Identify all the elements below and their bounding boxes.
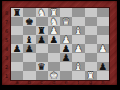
piece-bP: ♟ bbox=[37, 35, 46, 44]
piece-bK: ♚ bbox=[25, 17, 34, 26]
rank-label: 6 bbox=[3, 26, 10, 35]
square-f8[interactable] bbox=[72, 8, 84, 17]
square-c8[interactable]: ♞ bbox=[36, 8, 48, 17]
square-d8[interactable]: ♜ bbox=[48, 8, 60, 17]
square-f1[interactable] bbox=[72, 71, 84, 80]
rank-labels: 87654321 bbox=[3, 8, 10, 80]
square-b8[interactable] bbox=[23, 8, 35, 17]
square-a4[interactable]: ♟ bbox=[11, 44, 23, 53]
square-e3[interactable]: ♟ bbox=[60, 53, 72, 62]
square-f5[interactable] bbox=[72, 35, 84, 44]
piece-wN: ♞ bbox=[37, 8, 46, 17]
square-e1[interactable] bbox=[60, 71, 72, 80]
square-b4[interactable]: ♟ bbox=[23, 44, 35, 53]
square-f7[interactable] bbox=[72, 17, 84, 26]
square-a8[interactable]: ♜ bbox=[11, 8, 23, 17]
square-f2[interactable]: ♝ bbox=[72, 62, 84, 71]
rank-label: 4 bbox=[3, 44, 10, 53]
square-a6[interactable] bbox=[11, 26, 23, 35]
square-d2[interactable] bbox=[48, 62, 60, 71]
piece-wB: ♝ bbox=[74, 26, 83, 35]
square-f6[interactable]: ♝ bbox=[72, 26, 84, 35]
square-e7[interactable]: ♛ bbox=[60, 17, 72, 26]
piece-wP: ♟ bbox=[62, 35, 71, 44]
piece-bP: ♟ bbox=[62, 44, 71, 53]
piece-bB: ♝ bbox=[25, 35, 34, 44]
square-d3[interactable] bbox=[48, 53, 60, 62]
square-a7[interactable] bbox=[11, 17, 23, 26]
square-h6[interactable] bbox=[97, 26, 109, 35]
square-g6[interactable] bbox=[85, 26, 97, 35]
square-d6[interactable]: ♟ bbox=[48, 26, 60, 35]
square-h7[interactable] bbox=[97, 17, 109, 26]
square-a5[interactable] bbox=[11, 35, 23, 44]
square-c2[interactable]: ♛ bbox=[36, 62, 48, 71]
piece-wP: ♟ bbox=[50, 26, 59, 35]
square-a3[interactable] bbox=[11, 53, 23, 62]
piece-bP: ♟ bbox=[99, 62, 108, 71]
square-b3[interactable] bbox=[23, 53, 35, 62]
square-b7[interactable]: ♚ bbox=[23, 17, 35, 26]
square-c4[interactable] bbox=[36, 44, 48, 53]
square-e6[interactable] bbox=[60, 26, 72, 35]
square-c5[interactable]: ♟ bbox=[36, 35, 48, 44]
square-h2[interactable]: ♟ bbox=[97, 62, 109, 71]
piece-bR: ♜ bbox=[13, 8, 22, 17]
square-f4[interactable]: ♟ bbox=[72, 44, 84, 53]
piece-wB: ♝ bbox=[74, 62, 83, 71]
square-c3[interactable] bbox=[36, 53, 48, 62]
chess-board: ♜♞♜♚♞♛♜♟♝♝♟♟♟♟♟♟♟♟♟♛♝♟♚♜ bbox=[11, 8, 109, 80]
square-h4[interactable]: ♟ bbox=[97, 44, 109, 53]
square-g7[interactable] bbox=[85, 17, 97, 26]
square-d4[interactable] bbox=[48, 44, 60, 53]
square-d5[interactable]: ♟ bbox=[48, 35, 60, 44]
square-b5[interactable]: ♝ bbox=[23, 35, 35, 44]
rank-label: 1 bbox=[3, 71, 10, 80]
square-g4[interactable] bbox=[85, 44, 97, 53]
square-a1[interactable] bbox=[11, 71, 23, 80]
piece-bQ: ♛ bbox=[37, 62, 46, 71]
square-h5[interactable] bbox=[97, 35, 109, 44]
rank-label: 8 bbox=[3, 8, 10, 17]
piece-wR: ♜ bbox=[86, 71, 95, 80]
square-h8[interactable] bbox=[97, 8, 109, 17]
square-g5[interactable] bbox=[85, 35, 97, 44]
piece-wP: ♟ bbox=[74, 44, 83, 53]
square-d1[interactable]: ♚ bbox=[48, 71, 60, 80]
piece-bP: ♟ bbox=[13, 44, 22, 53]
piece-wK: ♚ bbox=[50, 71, 59, 80]
square-b2[interactable] bbox=[23, 62, 35, 71]
square-b6[interactable] bbox=[23, 26, 35, 35]
rank-label: 7 bbox=[3, 17, 10, 26]
square-h3[interactable] bbox=[97, 53, 109, 62]
chess-diagram: 87654321 abcdefgh ♜♞♜♚♞♛♜♟♝♝♟♟♟♟♟♟♟♟♟♛♝♟… bbox=[0, 0, 120, 90]
square-b1[interactable] bbox=[23, 71, 35, 80]
rank-label: 2 bbox=[3, 62, 10, 71]
rank-label: 3 bbox=[3, 53, 10, 62]
square-g1[interactable]: ♜ bbox=[85, 71, 97, 80]
rank-label: 5 bbox=[3, 35, 10, 44]
square-f3[interactable] bbox=[72, 53, 84, 62]
square-h1[interactable] bbox=[97, 71, 109, 80]
piece-wR: ♜ bbox=[50, 8, 59, 17]
square-e2[interactable] bbox=[60, 62, 72, 71]
piece-wQ: ♛ bbox=[62, 17, 71, 26]
square-g3[interactable] bbox=[85, 53, 97, 62]
piece-bR: ♜ bbox=[37, 26, 46, 35]
square-g2[interactable] bbox=[85, 62, 97, 71]
square-e8[interactable] bbox=[60, 8, 72, 17]
square-g8[interactable] bbox=[85, 8, 97, 17]
square-c1[interactable] bbox=[36, 71, 48, 80]
piece-bP: ♟ bbox=[50, 35, 59, 44]
piece-wN: ♞ bbox=[50, 17, 59, 26]
piece-wP: ♟ bbox=[99, 44, 108, 53]
piece-bP: ♟ bbox=[62, 53, 71, 62]
square-c7[interactable] bbox=[36, 17, 48, 26]
square-e4[interactable]: ♟ bbox=[60, 44, 72, 53]
piece-bP: ♟ bbox=[25, 44, 34, 53]
square-a2[interactable] bbox=[11, 62, 23, 71]
square-e5[interactable]: ♟ bbox=[60, 35, 72, 44]
square-c6[interactable]: ♜ bbox=[36, 26, 48, 35]
square-d7[interactable]: ♞ bbox=[48, 17, 60, 26]
